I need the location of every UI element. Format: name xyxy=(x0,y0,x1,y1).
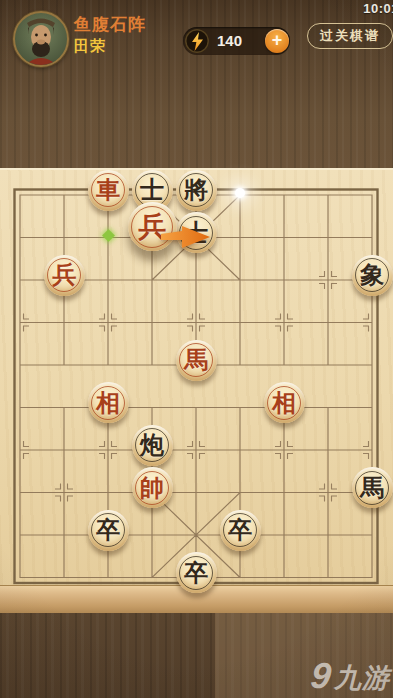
last-move-origin-marker xyxy=(102,229,115,242)
general-portrait-icon xyxy=(15,13,67,65)
piece-red-相[interactable]: 相 xyxy=(264,382,305,423)
piece-label: 卒 xyxy=(228,518,252,542)
energy-pill: 140 + xyxy=(183,27,290,55)
piece-label: 馬 xyxy=(184,348,208,372)
stage-title: 鱼腹石阵 xyxy=(74,13,146,36)
jiuyou-watermark-text: 九游 xyxy=(334,665,390,692)
lightning-icon xyxy=(185,29,209,53)
piece-label: 卒 xyxy=(184,561,208,585)
piece-label: 相 xyxy=(96,391,120,415)
piece-red-帥[interactable]: 帥 xyxy=(132,467,173,508)
jiuyou-watermark: 9 九游 xyxy=(311,660,390,692)
system-clock: 10:01 xyxy=(363,1,393,16)
piece-black-象[interactable]: 象 xyxy=(352,255,393,296)
piece-red-車[interactable]: 車 xyxy=(88,170,129,211)
piece-black-卒[interactable]: 卒 xyxy=(220,510,261,551)
piece-label: 相 xyxy=(272,391,296,415)
piece-label: 卒 xyxy=(96,518,120,542)
piece-label: 炮 xyxy=(140,433,164,457)
piece-black-炮[interactable]: 炮 xyxy=(132,425,173,466)
energy-value: 140 xyxy=(217,32,242,49)
stage-records-button[interactable]: 过关棋谱 xyxy=(307,23,393,49)
piece-label: 車 xyxy=(96,178,120,202)
header-bar: 鱼腹石阵 田荣 140 + 过关棋谱 10:01 xyxy=(0,0,393,80)
xiangqi-app-screen: 車士將兵士兵象馬相相炮帥馬卒卒卒 鱼腹石阵 田荣 xyxy=(0,0,393,698)
player-avatar[interactable] xyxy=(13,11,69,67)
piece-red-相[interactable]: 相 xyxy=(88,382,129,423)
piece-label: 士 xyxy=(140,178,164,202)
move-hint-arrow xyxy=(159,223,213,251)
player-name: 田荣 xyxy=(74,37,106,56)
piece-label: 兵 xyxy=(52,263,76,287)
piece-layer: 車士將兵士兵象馬相相炮帥馬卒卒卒 xyxy=(0,0,393,698)
piece-black-馬[interactable]: 馬 xyxy=(352,467,393,508)
piece-label: 象 xyxy=(360,263,384,287)
add-energy-button[interactable]: + xyxy=(265,29,289,53)
piece-label: 馬 xyxy=(360,476,384,500)
piece-black-卒[interactable]: 卒 xyxy=(176,552,217,593)
piece-black-將[interactable]: 將 xyxy=(176,170,217,211)
piece-label: 將 xyxy=(184,178,208,202)
glow-dot xyxy=(235,188,245,198)
jiuyou-logo-icon: 9 xyxy=(309,660,332,692)
piece-red-馬[interactable]: 馬 xyxy=(176,340,217,381)
piece-red-兵[interactable]: 兵 xyxy=(44,255,85,296)
piece-label: 帥 xyxy=(140,476,164,500)
piece-black-卒[interactable]: 卒 xyxy=(88,510,129,551)
